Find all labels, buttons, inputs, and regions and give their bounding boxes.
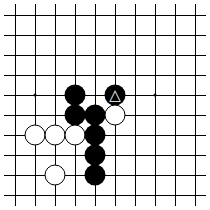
grid-line-vertical <box>35 4 36 206</box>
stone-white <box>25 125 46 146</box>
stone-black <box>65 105 86 126</box>
triangle-mark-icon: △ <box>109 87 121 102</box>
star-point <box>154 94 157 97</box>
grid-line-vertical <box>175 4 176 206</box>
stone-black-triangle-marked: △ <box>105 85 126 106</box>
grid-line-vertical <box>135 4 136 206</box>
grid-line-vertical <box>155 4 156 206</box>
stone-white <box>45 165 66 186</box>
stone-white <box>45 125 66 146</box>
grid-line-vertical <box>195 4 196 206</box>
star-point <box>34 94 37 97</box>
stone-black <box>85 105 106 126</box>
stone-black <box>65 85 86 106</box>
stone-white <box>105 105 126 126</box>
stone-black <box>85 125 106 146</box>
stone-white <box>65 125 86 146</box>
grid-line-vertical <box>15 4 16 206</box>
stone-black <box>85 145 106 166</box>
go-board: △ <box>0 0 210 210</box>
stone-black <box>85 165 106 186</box>
